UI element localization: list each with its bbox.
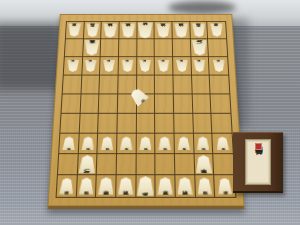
board-cell: 飛車: [83, 39, 102, 57]
shogi-piece-p-sente: 歩兵: [62, 137, 75, 150]
shogi-piece-p-gote: 歩兵: [194, 60, 206, 72]
board-cell: 桂馬: [190, 22, 208, 39]
board-cell: [212, 114, 232, 134]
board-cell: 歩兵: [117, 134, 136, 154]
shogi-piece-s-sente: 銀将: [98, 177, 114, 194]
board-cell: 桂馬: [195, 175, 216, 197]
board-cell: [136, 114, 155, 134]
board-cell: 歩兵: [175, 134, 195, 154]
shogi-piece-b-gote: 角行: [192, 40, 207, 55]
board-cell: 銀将: [101, 22, 119, 39]
board-cell: 角行: [191, 39, 210, 57]
board-cell: [119, 39, 137, 57]
shogi-piece-p-gote: 歩兵: [121, 60, 133, 72]
board-cell: [214, 154, 235, 175]
board-cell: [100, 76, 119, 95]
board-cell: 歩兵: [156, 134, 175, 154]
shogi-piece-k-gote: 玉将: [138, 22, 153, 38]
board-cell: [79, 114, 99, 134]
shogi-piece-b-sente: 角行: [79, 155, 96, 173]
board-cell: 桂馬: [84, 22, 102, 39]
board-cell: [63, 76, 82, 95]
board-cell: [173, 39, 191, 57]
board-cell: 銀将: [172, 22, 190, 39]
shogi-piece-s-gote: 銀将: [174, 23, 188, 37]
shogi-piece-p-sente: 歩兵: [158, 137, 170, 150]
loose-pawn-kanji: 歩兵: [137, 95, 141, 98]
board-cell: 歩兵: [191, 57, 210, 75]
shogi-piece-p-sente: 歩兵: [197, 137, 210, 150]
board-cell: 歩兵: [82, 57, 101, 75]
board-cell: [58, 154, 79, 175]
board-cell: [117, 154, 137, 175]
shogi-piece-g-gote: 金将: [156, 23, 170, 37]
board-cell: 香車: [208, 22, 227, 39]
board-cell: [99, 94, 118, 113]
shogi-piece-p-sente: 歩兵: [216, 137, 229, 150]
shogi-piece-g-gote: 金将: [121, 23, 135, 37]
board-cell: [173, 76, 192, 95]
shogi-piece-p-gote: 歩兵: [103, 60, 115, 72]
board-cell: 玉将: [137, 22, 155, 39]
board-cell: [60, 114, 80, 134]
shogi-piece-n-gote: 桂馬: [192, 23, 205, 37]
piece-box-label: 御将棋駒: [245, 139, 271, 185]
board-grid: 香車桂馬銀将金将玉将金将銀将桂馬香車飛車角行歩兵歩兵歩兵歩兵歩兵歩兵歩兵歩兵歩兵…: [56, 21, 237, 198]
board-cell: [192, 76, 211, 95]
shogi-piece-g-sente: 金将: [118, 177, 134, 194]
board-cell: [156, 154, 176, 175]
shogi-piece-p-gote: 歩兵: [85, 60, 97, 72]
board-cell: [174, 94, 193, 113]
shogi-piece-s-sente: 銀将: [177, 177, 193, 194]
shadow-top: [168, 1, 236, 14]
board-cell: 王将: [136, 175, 156, 197]
shogi-piece-l-sente: 香車: [218, 178, 233, 194]
board-cell: 歩兵: [209, 57, 228, 75]
board-cell: 歩兵: [137, 57, 155, 75]
shogi-piece-n-sente: 桂馬: [79, 178, 94, 195]
board-cell: 歩兵: [173, 57, 192, 75]
shogi-piece-n-sente: 桂馬: [197, 178, 212, 195]
board-cell: [155, 39, 173, 57]
board-cell: [98, 114, 117, 134]
shogi-piece-g-sente: 金将: [157, 177, 173, 194]
board-cell: [137, 39, 155, 57]
board-cell: 飛車: [194, 154, 214, 175]
board-cell: 角行: [77, 154, 97, 175]
board-cell: [174, 114, 193, 134]
photo-scene: 香車桂馬銀将金将玉将金将銀将桂馬香車飛車角行歩兵歩兵歩兵歩兵歩兵歩兵歩兵歩兵歩兵…: [0, 0, 300, 225]
shogi-piece-n-gote: 桂馬: [86, 23, 99, 37]
board-cell: 歩兵: [155, 57, 173, 75]
shadow-left: [0, 24, 60, 90]
hanko-seal-icon: [255, 143, 262, 150]
board-cell: [192, 94, 211, 113]
shogi-piece-p-sente: 歩兵: [82, 137, 95, 150]
board-cell: 桂馬: [76, 175, 97, 197]
board-cell: [155, 76, 174, 95]
shogi-piece-l-sente: 香車: [59, 178, 74, 194]
board-cell: [81, 76, 100, 95]
board-cell: 歩兵: [100, 57, 119, 75]
board-cell: 金将: [119, 22, 137, 39]
board-cell: [175, 154, 195, 175]
board-cell: [208, 39, 227, 57]
board-cell: 歩兵: [119, 57, 137, 75]
shogi-piece-r-gote: 飛車: [84, 40, 99, 55]
board-cell: [155, 114, 174, 134]
board-cell: [117, 114, 136, 134]
shogi-piece-p-sente: 歩兵: [177, 137, 190, 150]
board-cell: 歩兵: [78, 134, 98, 154]
board-cell: 歩兵: [194, 134, 214, 154]
shogi-piece-p-gote: 歩兵: [67, 60, 79, 72]
board-cell: 歩兵: [64, 57, 83, 75]
board-cell: [61, 94, 81, 113]
board-cell: 銀将: [96, 175, 116, 197]
board-cell: [80, 94, 99, 113]
board-cell: [65, 39, 84, 57]
board-cell: 歩兵: [98, 134, 118, 154]
board-cell: [211, 94, 231, 113]
shogi-piece-k-sente: 王将: [137, 176, 154, 195]
piece-box: 御将棋駒: [233, 132, 283, 193]
shogi-piece-p-gote: 歩兵: [158, 60, 170, 72]
shogi-piece-r-sente: 飛車: [195, 155, 212, 173]
board-cell: 金将: [156, 175, 176, 197]
board-cell: [193, 114, 213, 134]
shogi-piece-p-sente: 歩兵: [120, 137, 132, 150]
board-cell: 銀将: [175, 175, 195, 197]
shogi-board: 香車桂馬銀将金将玉将金将銀将桂馬香車飛車角行歩兵歩兵歩兵歩兵歩兵歩兵歩兵歩兵歩兵…: [47, 14, 244, 209]
board-cell: 歩兵: [213, 134, 233, 154]
board-cell: [136, 154, 156, 175]
board-cell: [155, 94, 174, 113]
shogi-piece-p-gote: 歩兵: [213, 60, 225, 72]
shogi-piece-s-gote: 銀将: [103, 23, 117, 37]
board-cell: [210, 76, 229, 95]
board-cell: 歩兵: [59, 134, 79, 154]
shogi-piece-l-gote: 香車: [210, 24, 223, 37]
shogi-piece-p-gote: 歩兵: [140, 60, 152, 72]
board-cell: 香車: [66, 22, 85, 39]
shogi-piece-p-sente: 歩兵: [139, 137, 151, 150]
board-cell: 歩兵: [136, 134, 155, 154]
board-cell: 香車: [57, 175, 78, 197]
shogi-piece-l-gote: 香車: [68, 24, 81, 37]
shogi-piece-p-gote: 歩兵: [176, 60, 188, 72]
board-cell: [97, 154, 117, 175]
board-cell: 金将: [155, 22, 173, 39]
board-cell: [101, 39, 119, 57]
shogi-piece-p-sente: 歩兵: [101, 137, 114, 150]
board-cell: 金将: [116, 175, 136, 197]
